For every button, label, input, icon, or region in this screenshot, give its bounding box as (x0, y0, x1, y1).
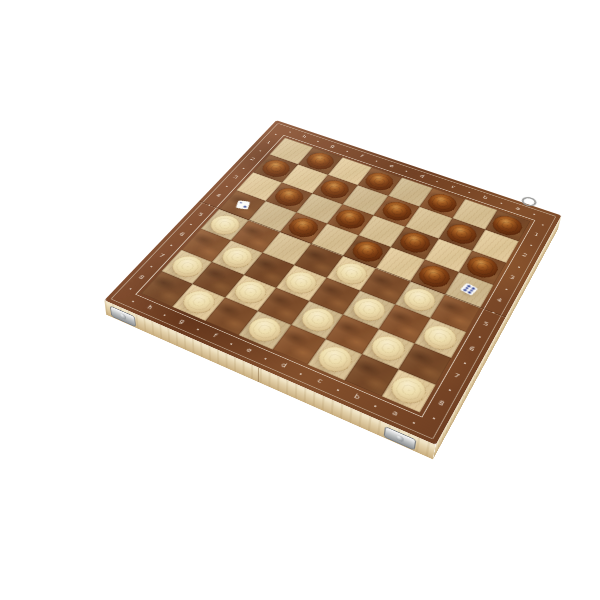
die-pip (243, 206, 246, 208)
product-photo-canvas: hh11gg22ff33ee44dd55cc66bb77aa88 (0, 0, 600, 600)
square-c6[interactable] (343, 291, 394, 329)
square-c5[interactable] (360, 268, 410, 304)
scene: hh11gg22ff33ee44dd55cc66bb77aa88 (0, 0, 600, 600)
game-board[interactable]: hh11gg22ff33ee44dd55cc66bb77aa88 (104, 120, 561, 445)
die-face-2 (235, 200, 250, 209)
die-pip (239, 202, 242, 204)
wall-seam (258, 367, 259, 382)
die-1[interactable] (235, 200, 250, 209)
square-d6[interactable] (309, 278, 360, 315)
square-f7[interactable] (225, 274, 276, 310)
